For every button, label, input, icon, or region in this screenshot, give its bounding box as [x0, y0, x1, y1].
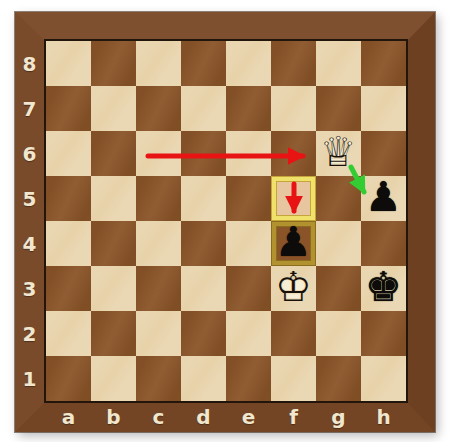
square-f7[interactable]: [271, 86, 316, 131]
rank-label-7: 7: [15, 86, 44, 131]
square-h8[interactable]: [361, 41, 406, 86]
board-squares: ♛♕♟♟♚♔♚: [44, 39, 408, 403]
black-pawn[interactable]: ♟: [361, 176, 406, 221]
square-d2[interactable]: [181, 311, 226, 356]
square-f6[interactable]: [271, 131, 316, 176]
file-label-h: h: [361, 403, 406, 431]
square-a6[interactable]: [46, 131, 91, 176]
square-f2[interactable]: [271, 311, 316, 356]
square-b4[interactable]: [91, 221, 136, 266]
square-g6[interactable]: ♛♕: [316, 131, 361, 176]
square-b3[interactable]: [91, 266, 136, 311]
rank-label-6: 6: [15, 131, 44, 176]
square-f1[interactable]: [271, 356, 316, 401]
square-g7[interactable]: [316, 86, 361, 131]
square-e2[interactable]: [226, 311, 271, 356]
square-d1[interactable]: [181, 356, 226, 401]
square-g8[interactable]: [316, 41, 361, 86]
square-e8[interactable]: [226, 41, 271, 86]
square-h3[interactable]: ♚: [361, 266, 406, 311]
square-b8[interactable]: [91, 41, 136, 86]
square-b6[interactable]: [91, 131, 136, 176]
square-g4[interactable]: [316, 221, 361, 266]
white-queen-outline: ♕: [316, 130, 361, 175]
square-c3[interactable]: [136, 266, 181, 311]
square-c2[interactable]: [136, 311, 181, 356]
white-queen[interactable]: ♛♕: [316, 131, 361, 176]
rank-label-2: 2: [15, 311, 44, 356]
square-d6[interactable]: [181, 131, 226, 176]
square-e5[interactable]: [226, 176, 271, 221]
square-d3[interactable]: [181, 266, 226, 311]
square-c5[interactable]: [136, 176, 181, 221]
square-e1[interactable]: [226, 356, 271, 401]
file-label-g: g: [316, 403, 361, 431]
black-pawn-glyph: ♟: [271, 220, 316, 265]
square-f5-highlighted[interactable]: [271, 176, 316, 221]
file-label-a: a: [46, 403, 91, 431]
square-a2[interactable]: [46, 311, 91, 356]
rank-label-1: 1: [15, 356, 44, 401]
file-label-b: b: [91, 403, 136, 431]
square-a5[interactable]: [46, 176, 91, 221]
file-label-f: f: [271, 403, 316, 431]
square-c6[interactable]: [136, 131, 181, 176]
square-d7[interactable]: [181, 86, 226, 131]
chessboard: ♛♕♟♟♚♔♚ 87654321 abcdefgh: [0, 0, 449, 442]
square-b5[interactable]: [91, 176, 136, 221]
square-d8[interactable]: [181, 41, 226, 86]
rank-label-5: 5: [15, 176, 44, 221]
file-label-c: c: [136, 403, 181, 431]
square-d5[interactable]: [181, 176, 226, 221]
square-f3[interactable]: ♚♔: [271, 266, 316, 311]
square-h1[interactable]: [361, 356, 406, 401]
square-c1[interactable]: [136, 356, 181, 401]
square-c8[interactable]: [136, 41, 181, 86]
square-b7[interactable]: [91, 86, 136, 131]
rank-label-4: 4: [15, 221, 44, 266]
white-king-outline: ♔: [271, 265, 316, 310]
square-h6[interactable]: [361, 131, 406, 176]
square-e7[interactable]: [226, 86, 271, 131]
black-king-glyph: ♚: [361, 265, 406, 310]
square-c7[interactable]: [136, 86, 181, 131]
square-h4[interactable]: [361, 221, 406, 266]
square-a4[interactable]: [46, 221, 91, 266]
square-b1[interactable]: [91, 356, 136, 401]
square-f4-highlighted[interactable]: ♟: [271, 221, 316, 266]
black-king[interactable]: ♚: [361, 266, 406, 311]
square-a1[interactable]: [46, 356, 91, 401]
square-h7[interactable]: [361, 86, 406, 131]
square-b2[interactable]: [91, 311, 136, 356]
square-a3[interactable]: [46, 266, 91, 311]
square-e4[interactable]: [226, 221, 271, 266]
rank-label-8: 8: [15, 41, 44, 86]
square-f8[interactable]: [271, 41, 316, 86]
square-c4[interactable]: [136, 221, 181, 266]
square-g2[interactable]: [316, 311, 361, 356]
file-label-e: e: [226, 403, 271, 431]
square-g1[interactable]: [316, 356, 361, 401]
square-g5[interactable]: [316, 176, 361, 221]
square-d4[interactable]: [181, 221, 226, 266]
square-e6[interactable]: [226, 131, 271, 176]
square-g3[interactable]: [316, 266, 361, 311]
black-pawn[interactable]: ♟: [271, 221, 316, 266]
rank-label-3: 3: [15, 266, 44, 311]
white-king[interactable]: ♚♔: [271, 266, 316, 311]
square-h5[interactable]: ♟: [361, 176, 406, 221]
file-label-d: d: [181, 403, 226, 431]
square-h2[interactable]: [361, 311, 406, 356]
square-a8[interactable]: [46, 41, 91, 86]
square-e3[interactable]: [226, 266, 271, 311]
black-pawn-glyph: ♟: [361, 175, 406, 220]
square-a7[interactable]: [46, 86, 91, 131]
